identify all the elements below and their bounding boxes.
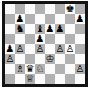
square-d6[interactable]: ♝ — [35, 24, 45, 34]
square-e5[interactable] — [45, 34, 55, 44]
black-pawn: ♟ — [36, 34, 45, 44]
square-d3[interactable] — [35, 54, 45, 64]
square-a7[interactable] — [5, 14, 15, 24]
square-b8[interactable] — [15, 4, 25, 14]
square-f5[interactable] — [55, 34, 65, 44]
square-g4[interactable]: ♙ — [65, 44, 75, 54]
square-b7[interactable]: ♟ — [15, 14, 25, 24]
square-c4[interactable] — [25, 44, 35, 54]
square-e6[interactable]: ♟ — [45, 24, 55, 34]
square-b2[interactable]: ♗ — [15, 64, 25, 74]
square-h8[interactable] — [75, 4, 85, 14]
black-pawn: ♟ — [6, 44, 15, 54]
white-bishop: ♗ — [16, 64, 25, 74]
square-h4[interactable] — [75, 44, 85, 54]
square-f4[interactable]: ♙ — [55, 44, 65, 54]
square-c5[interactable] — [25, 34, 35, 44]
white-pawn: ♙ — [6, 54, 15, 64]
square-a4[interactable]: ♟ — [5, 44, 15, 54]
square-f8[interactable] — [55, 4, 65, 14]
square-c7[interactable] — [25, 14, 35, 24]
square-f6[interactable]: ♟ — [55, 24, 65, 34]
black-knight: ♞ — [16, 24, 25, 34]
black-pawn: ♟ — [56, 24, 65, 34]
chessboard-frame: ♚♟♟♞♝♟♟♟♟♙♙♙♙♙♔♗♛♘♙♕ — [2, 1, 88, 87]
square-f3[interactable] — [55, 54, 65, 64]
square-d4[interactable]: ♙ — [35, 44, 45, 54]
square-a6[interactable] — [5, 24, 15, 34]
square-c2[interactable]: ♛ — [25, 64, 35, 74]
square-b6[interactable]: ♞ — [15, 24, 25, 34]
square-h2[interactable]: ♙ — [75, 64, 85, 74]
square-e7[interactable] — [45, 14, 55, 24]
white-pawn: ♙ — [66, 44, 75, 54]
square-d2[interactable]: ♘ — [35, 64, 45, 74]
white-pawn: ♙ — [16, 44, 25, 54]
square-f2[interactable] — [55, 64, 65, 74]
square-a2[interactable] — [5, 64, 15, 74]
square-b4[interactable]: ♙ — [15, 44, 25, 54]
square-g1[interactable] — [65, 74, 75, 84]
white-king: ♔ — [46, 54, 55, 64]
square-e8[interactable] — [45, 4, 55, 14]
square-a8[interactable] — [5, 4, 15, 14]
black-pawn: ♟ — [16, 14, 25, 24]
white-pawn: ♙ — [36, 44, 45, 54]
square-g6[interactable] — [65, 24, 75, 34]
square-h7[interactable]: ♟ — [75, 14, 85, 24]
square-e3[interactable]: ♔ — [45, 54, 55, 64]
black-queen: ♛ — [26, 64, 35, 74]
square-e4[interactable] — [45, 44, 55, 54]
white-knight: ♘ — [36, 64, 45, 74]
square-b3[interactable] — [15, 54, 25, 64]
white-pawn: ♙ — [56, 44, 65, 54]
square-d5[interactable]: ♟ — [35, 34, 45, 44]
white-queen: ♕ — [26, 74, 35, 84]
square-c6[interactable] — [25, 24, 35, 34]
square-f7[interactable] — [55, 14, 65, 24]
square-e1[interactable] — [45, 74, 55, 84]
square-g8[interactable]: ♚ — [65, 4, 75, 14]
square-b5[interactable] — [15, 34, 25, 44]
black-pawn: ♟ — [76, 14, 85, 24]
square-b1[interactable] — [15, 74, 25, 84]
square-f1[interactable] — [55, 74, 65, 84]
square-a3[interactable]: ♙ — [5, 54, 15, 64]
black-bishop: ♝ — [36, 24, 45, 34]
square-d7[interactable] — [35, 14, 45, 24]
square-g5[interactable] — [65, 34, 75, 44]
square-d8[interactable] — [35, 4, 45, 14]
square-g3[interactable] — [65, 54, 75, 64]
white-pawn: ♙ — [76, 64, 85, 74]
square-c1[interactable]: ♕ — [25, 74, 35, 84]
square-d1[interactable] — [35, 74, 45, 84]
square-h1[interactable] — [75, 74, 85, 84]
square-c8[interactable] — [25, 4, 35, 14]
square-e2[interactable] — [45, 64, 55, 74]
square-g7[interactable] — [65, 14, 75, 24]
square-a5[interactable] — [5, 34, 15, 44]
square-a1[interactable] — [5, 74, 15, 84]
black-king: ♚ — [66, 4, 75, 14]
square-h5[interactable] — [75, 34, 85, 44]
square-c3[interactable] — [25, 54, 35, 64]
square-h6[interactable] — [75, 24, 85, 34]
chessboard: ♚♟♟♞♝♟♟♟♟♙♙♙♙♙♔♗♛♘♙♕ — [5, 4, 85, 84]
black-pawn: ♟ — [46, 24, 55, 34]
square-h3[interactable] — [75, 54, 85, 64]
square-g2[interactable] — [65, 64, 75, 74]
